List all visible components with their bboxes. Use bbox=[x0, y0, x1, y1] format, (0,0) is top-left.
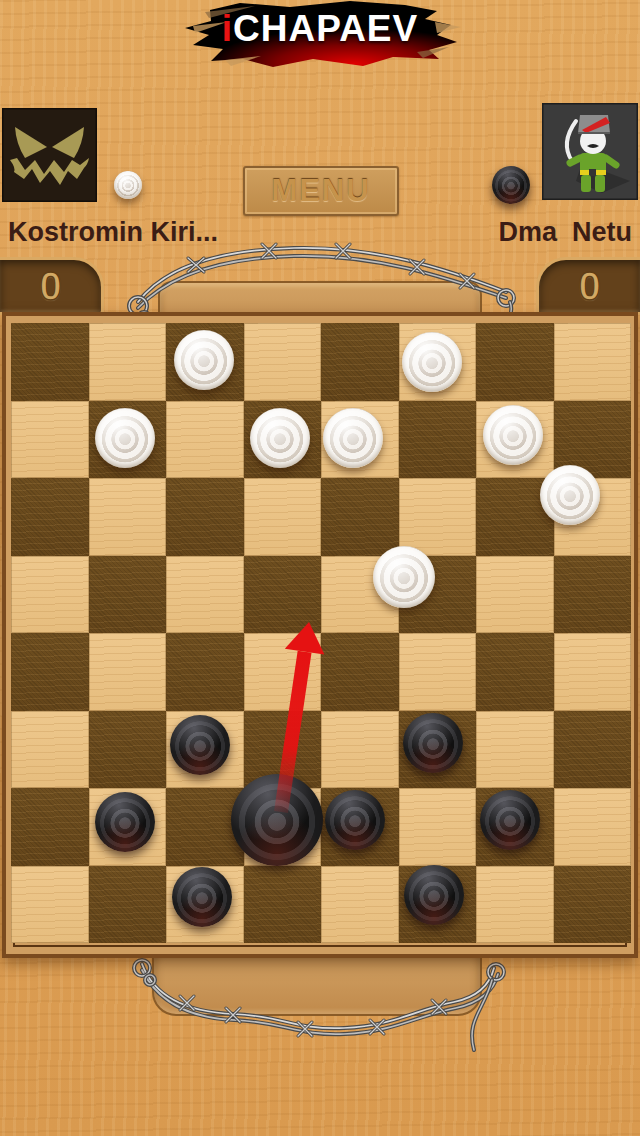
board-cell bbox=[244, 478, 322, 556]
checker-white[interactable] bbox=[95, 408, 155, 468]
player-right-avatar bbox=[542, 103, 638, 204]
board-cell bbox=[244, 556, 322, 634]
checker-black[interactable] bbox=[404, 865, 464, 925]
checker-black[interactable] bbox=[172, 867, 232, 927]
menu-button[interactable]: MENU bbox=[243, 166, 399, 216]
checker-white[interactable] bbox=[373, 546, 435, 608]
checker-white[interactable] bbox=[483, 405, 543, 465]
checker-black-striker[interactable] bbox=[231, 774, 323, 866]
checker-black[interactable] bbox=[95, 792, 155, 852]
board-cell bbox=[166, 401, 244, 479]
checker-white[interactable] bbox=[540, 465, 600, 525]
board-cell bbox=[321, 323, 399, 401]
board-cell bbox=[554, 711, 632, 789]
board-cell bbox=[89, 866, 167, 944]
board-cell bbox=[11, 556, 89, 634]
player-left-avatar bbox=[2, 108, 97, 206]
pumpkin-face-avatar-icon bbox=[2, 108, 97, 202]
chapaev-soldier-avatar-icon bbox=[542, 103, 638, 200]
app-title-accent: i bbox=[222, 8, 233, 49]
menu-button-label: MENU bbox=[271, 173, 370, 209]
checker-white[interactable] bbox=[323, 408, 383, 468]
board-cell bbox=[476, 323, 554, 401]
app-title-rest: CHAPAEV bbox=[233, 8, 418, 49]
player-right-score: 0 bbox=[578, 264, 600, 309]
board-cell bbox=[11, 866, 89, 944]
board-cell bbox=[554, 866, 632, 944]
board-cell bbox=[244, 866, 322, 944]
board-cell bbox=[476, 866, 554, 944]
board-cell bbox=[476, 711, 554, 789]
player-left-score: 0 bbox=[39, 264, 61, 309]
checker-black[interactable] bbox=[480, 790, 540, 850]
board-cell bbox=[554, 788, 632, 866]
board-cell bbox=[11, 788, 89, 866]
checker-white[interactable] bbox=[250, 408, 310, 468]
board-cell bbox=[11, 633, 89, 711]
checker-white[interactable] bbox=[174, 330, 234, 390]
board-cell bbox=[476, 633, 554, 711]
board-cell bbox=[166, 556, 244, 634]
board-cell bbox=[89, 633, 167, 711]
player-right-color-indicator bbox=[492, 166, 530, 204]
board-cell bbox=[321, 633, 399, 711]
app-title: iCHAPAEV bbox=[165, 8, 475, 50]
board-cell bbox=[89, 556, 167, 634]
board-cell bbox=[89, 478, 167, 556]
board-cell bbox=[321, 866, 399, 944]
checker-black[interactable] bbox=[403, 713, 463, 773]
checker-black[interactable] bbox=[170, 715, 230, 775]
board-cell bbox=[11, 711, 89, 789]
board-cell bbox=[166, 633, 244, 711]
board-cell bbox=[399, 401, 477, 479]
app-logo: iCHAPAEV bbox=[165, 0, 475, 70]
board-cell bbox=[554, 323, 632, 401]
board-cell bbox=[554, 633, 632, 711]
board-cell bbox=[554, 556, 632, 634]
ichapaev-game-screen: iCHAPAEV MENU bbox=[0, 0, 640, 1136]
board-cell bbox=[11, 323, 89, 401]
board-cell bbox=[321, 711, 399, 789]
board-cell bbox=[399, 478, 477, 556]
board-cell bbox=[89, 323, 167, 401]
checker-white[interactable] bbox=[402, 332, 462, 392]
board-cell bbox=[476, 556, 554, 634]
board-cell bbox=[11, 478, 89, 556]
board-cell bbox=[11, 401, 89, 479]
checker-black[interactable] bbox=[325, 790, 385, 850]
barbed-wire-bottom-icon bbox=[122, 952, 517, 1057]
board-cell bbox=[244, 323, 322, 401]
board-cell bbox=[89, 711, 167, 789]
board-cell bbox=[399, 633, 477, 711]
board-cell bbox=[166, 478, 244, 556]
player-left-score-box: 0 bbox=[0, 257, 104, 315]
player-left-color-indicator bbox=[114, 171, 142, 199]
board-cell bbox=[244, 633, 322, 711]
player-right-score-box: 0 bbox=[536, 257, 640, 315]
board-cell bbox=[399, 788, 477, 866]
board-cell bbox=[321, 478, 399, 556]
